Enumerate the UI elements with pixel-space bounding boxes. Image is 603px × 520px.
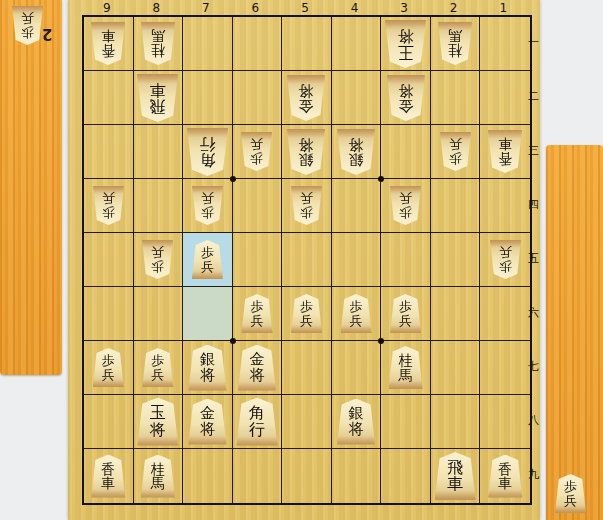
shogi-piece-桂馬[interactable]: 桂馬 bbox=[438, 22, 472, 65]
piece-kanji: 桂 bbox=[448, 44, 462, 58]
board-cell-25[interactable] bbox=[431, 233, 481, 287]
shogi-piece-角行[interactable]: 角行 bbox=[236, 398, 277, 446]
board-cell-66[interactable]: 歩兵 bbox=[233, 287, 283, 341]
board-cell-27[interactable] bbox=[431, 341, 481, 395]
file-label-8: 8 bbox=[132, 0, 182, 15]
shogi-piece-金将[interactable]: 金将 bbox=[387, 75, 425, 121]
piece-kanji: 将 bbox=[200, 422, 215, 437]
board-cell-73[interactable]: 角行 bbox=[183, 125, 233, 179]
shogi-piece-歩兵[interactable]: 歩兵 bbox=[341, 294, 372, 333]
piece-kanji: 車 bbox=[498, 476, 512, 490]
board-cell-34[interactable]: 歩兵 bbox=[381, 179, 431, 233]
file-label-2: 2 bbox=[429, 0, 479, 15]
board-cell-13[interactable]: 香車 bbox=[480, 125, 530, 179]
piece-kanji: 桂 bbox=[151, 44, 165, 58]
shogi-piece-桂馬[interactable]: 桂馬 bbox=[389, 346, 423, 389]
board-cell-54[interactable]: 歩兵 bbox=[282, 179, 332, 233]
shogi-piece-歩兵[interactable]: 歩兵 bbox=[291, 186, 322, 225]
board-cell-98[interactable] bbox=[84, 395, 134, 449]
board-cell-78[interactable]: 金将 bbox=[183, 395, 233, 449]
board-cell-17[interactable] bbox=[480, 341, 530, 395]
board-cell-95[interactable] bbox=[84, 233, 134, 287]
piece-kanji: 将 bbox=[398, 82, 413, 97]
board-cell-65[interactable] bbox=[233, 233, 283, 287]
board-cell-74[interactable]: 歩兵 bbox=[183, 179, 233, 233]
board-cell-89[interactable]: 桂馬 bbox=[134, 449, 184, 503]
shogi-piece-香車[interactable]: 香車 bbox=[488, 455, 522, 498]
piece-kanji: 車 bbox=[150, 81, 166, 97]
gote-komadai: 歩兵2 bbox=[0, 0, 62, 375]
board-cell-71[interactable] bbox=[183, 17, 233, 71]
board-cell-61[interactable] bbox=[233, 17, 283, 71]
shogi-piece-銀将[interactable]: 銀将 bbox=[337, 129, 375, 175]
piece-kanji: 香 bbox=[101, 44, 115, 58]
shogi-piece-香車[interactable]: 香車 bbox=[91, 455, 125, 498]
piece-kanji: 車 bbox=[447, 476, 463, 492]
piece-kanji: 兵 bbox=[564, 494, 577, 507]
file-labels: 987654321 bbox=[82, 0, 528, 15]
shogi-piece-玉将[interactable]: 玉将 bbox=[137, 398, 178, 446]
board-cell-99[interactable]: 香車 bbox=[84, 449, 134, 503]
shogi-piece-歩兵[interactable]: 歩兵 bbox=[390, 294, 421, 333]
shogi-app: 歩兵2 987654321 一二三四五六七八九 香車桂馬王将桂馬飛車金将金将角行… bbox=[0, 0, 603, 520]
board-cell-24[interactable] bbox=[431, 179, 481, 233]
shogi-piece-飛車[interactable]: 飛車 bbox=[435, 452, 476, 500]
board-cell-33[interactable] bbox=[381, 125, 431, 179]
board-cell-42[interactable] bbox=[332, 71, 382, 125]
shogi-piece-銀将[interactable]: 銀将 bbox=[287, 129, 325, 175]
piece-kanji: 歩 bbox=[102, 206, 115, 219]
board-area: 987654321 一二三四五六七八九 香車桂馬王将桂馬飛車金将金将角行歩兵銀将… bbox=[68, 0, 540, 520]
file-label-5: 5 bbox=[280, 0, 330, 15]
piece-kanji: 桂 bbox=[151, 462, 165, 476]
piece-kanji: 桂 bbox=[399, 353, 413, 367]
star-point bbox=[378, 176, 384, 182]
piece-kanji: 歩 bbox=[102, 354, 115, 367]
board-cell-14[interactable] bbox=[480, 179, 530, 233]
piece-kanji: 兵 bbox=[250, 314, 263, 327]
file-label-4: 4 bbox=[330, 0, 380, 15]
board-cell-75[interactable]: 歩兵 bbox=[183, 233, 233, 287]
piece-kanji: 車 bbox=[101, 29, 115, 43]
piece-kanji: 行 bbox=[249, 422, 265, 438]
board-cell-88[interactable]: 玉将 bbox=[134, 395, 184, 449]
star-point bbox=[230, 176, 236, 182]
board-cell-26[interactable] bbox=[431, 287, 481, 341]
board-cell-55[interactable] bbox=[282, 233, 332, 287]
board-cell-19[interactable]: 香車 bbox=[480, 449, 530, 503]
board-cell-69[interactable] bbox=[233, 449, 283, 503]
board-cell-57[interactable] bbox=[282, 341, 332, 395]
shogi-piece-香車[interactable]: 香車 bbox=[91, 22, 125, 65]
shogi-piece-歩兵[interactable]: 歩兵 bbox=[192, 186, 223, 225]
shogi-piece-歩兵[interactable]: 歩兵 bbox=[490, 240, 521, 279]
piece-kanji: 将 bbox=[249, 368, 264, 383]
piece-kanji: 将 bbox=[349, 422, 364, 437]
piece-kanji: 車 bbox=[498, 137, 512, 151]
shogi-piece-歩兵[interactable]: 歩兵 bbox=[142, 240, 173, 279]
board-cell-11[interactable] bbox=[480, 17, 530, 71]
file-label-3: 3 bbox=[379, 0, 429, 15]
board-cell-81[interactable]: 桂馬 bbox=[134, 17, 184, 71]
gote-hand-piece-歩兵[interactable]: 歩兵 bbox=[12, 6, 43, 45]
board-cell-94[interactable]: 歩兵 bbox=[84, 179, 134, 233]
file-label-6: 6 bbox=[231, 0, 281, 15]
piece-kanji: 歩 bbox=[201, 246, 214, 259]
board-cell-84[interactable] bbox=[134, 179, 184, 233]
board-cell-22[interactable] bbox=[431, 71, 481, 125]
board-cell-46[interactable]: 歩兵 bbox=[332, 287, 382, 341]
board-cell-39[interactable] bbox=[381, 449, 431, 503]
piece-kanji: 兵 bbox=[499, 246, 512, 259]
board-cell-59[interactable] bbox=[282, 449, 332, 503]
piece-kanji: 馬 bbox=[151, 476, 165, 490]
star-point bbox=[230, 338, 236, 344]
piece-kanji: 兵 bbox=[201, 192, 214, 205]
board-cell-53[interactable]: 銀将 bbox=[282, 125, 332, 179]
shogi-piece-桂馬[interactable]: 桂馬 bbox=[141, 22, 175, 65]
board-cell-32[interactable]: 金将 bbox=[381, 71, 431, 125]
piece-kanji: 馬 bbox=[399, 368, 413, 382]
board-cell-43[interactable]: 銀将 bbox=[332, 125, 382, 179]
piece-kanji: 歩 bbox=[499, 260, 512, 273]
shogi-piece-桂馬[interactable]: 桂馬 bbox=[141, 455, 175, 498]
piece-kanji: 歩 bbox=[250, 300, 263, 313]
piece-kanji: 歩 bbox=[250, 152, 263, 165]
shogi-piece-歩兵[interactable]: 歩兵 bbox=[390, 186, 421, 225]
sente-komadai: 歩兵 bbox=[546, 145, 603, 520]
board-cell-63[interactable]: 歩兵 bbox=[233, 125, 283, 179]
board-cell-38[interactable] bbox=[381, 395, 431, 449]
piece-kanji: 歩 bbox=[151, 354, 164, 367]
shogi-piece-歩兵[interactable]: 歩兵 bbox=[291, 294, 322, 333]
piece-kanji: 車 bbox=[101, 476, 115, 490]
piece-kanji: 兵 bbox=[399, 314, 412, 327]
piece-kanji: 歩 bbox=[201, 206, 214, 219]
board-cell-16[interactable] bbox=[480, 287, 530, 341]
piece-kanji: 兵 bbox=[151, 246, 164, 259]
board-cell-21[interactable]: 桂馬 bbox=[431, 17, 481, 71]
piece-kanji: 歩 bbox=[399, 206, 412, 219]
board-cell-41[interactable] bbox=[332, 17, 382, 71]
board-cell-83[interactable] bbox=[134, 125, 184, 179]
board-cell-62[interactable] bbox=[233, 71, 283, 125]
piece-kanji: 歩 bbox=[300, 300, 313, 313]
piece-kanji: 歩 bbox=[300, 206, 313, 219]
piece-kanji: 兵 bbox=[201, 260, 214, 273]
board-cell-28[interactable] bbox=[431, 395, 481, 449]
board-cell-92[interactable] bbox=[84, 71, 134, 125]
piece-kanji: 香 bbox=[498, 152, 512, 166]
shogi-piece-銀将[interactable]: 銀将 bbox=[337, 399, 375, 445]
shogi-piece-歩兵[interactable]: 歩兵 bbox=[241, 132, 272, 171]
piece-kanji: 歩 bbox=[564, 480, 577, 493]
piece-kanji: 香 bbox=[498, 462, 512, 476]
piece-kanji: 馬 bbox=[151, 29, 165, 43]
piece-kanji: 歩 bbox=[449, 152, 462, 165]
board-cell-47[interactable] bbox=[332, 341, 382, 395]
board-cell-87[interactable]: 歩兵 bbox=[134, 341, 184, 395]
piece-kanji: 将 bbox=[398, 27, 414, 43]
board-cell-96[interactable] bbox=[84, 287, 134, 341]
shogi-piece-歩兵[interactable]: 歩兵 bbox=[440, 132, 471, 171]
piece-kanji: 兵 bbox=[300, 314, 313, 327]
shogi-piece-歩兵[interactable]: 歩兵 bbox=[192, 240, 223, 279]
board-cell-67[interactable]: 金将 bbox=[233, 341, 283, 395]
piece-kanji: 行 bbox=[199, 135, 215, 151]
piece-kanji: 将 bbox=[150, 422, 166, 438]
board-cell-29[interactable]: 飛車 bbox=[431, 449, 481, 503]
board-cell-49[interactable] bbox=[332, 449, 382, 503]
piece-kanji: 将 bbox=[349, 136, 364, 151]
board-cell-56[interactable]: 歩兵 bbox=[282, 287, 332, 341]
board-cell-85[interactable]: 歩兵 bbox=[134, 233, 184, 287]
board-cell-72[interactable] bbox=[183, 71, 233, 125]
board-cell-68[interactable]: 角行 bbox=[233, 395, 283, 449]
shogi-piece-王将[interactable]: 王将 bbox=[385, 20, 426, 68]
piece-kanji: 兵 bbox=[250, 138, 263, 151]
board-cell-48[interactable]: 銀将 bbox=[332, 395, 382, 449]
board-cell-12[interactable] bbox=[480, 71, 530, 125]
gote-hand-count: 2 bbox=[42, 26, 52, 41]
board-cell-44[interactable] bbox=[332, 179, 382, 233]
shogi-piece-金将[interactable]: 金将 bbox=[188, 399, 226, 445]
shogi-piece-香車[interactable]: 香車 bbox=[488, 130, 522, 173]
star-point bbox=[378, 338, 384, 344]
board-cell-64[interactable] bbox=[233, 179, 283, 233]
piece-kanji: 兵 bbox=[399, 192, 412, 205]
board-cell-52[interactable]: 金将 bbox=[282, 71, 332, 125]
piece-kanji: 歩 bbox=[151, 260, 164, 273]
board-cell-18[interactable] bbox=[480, 395, 530, 449]
file-label-7: 7 bbox=[181, 0, 231, 15]
piece-kanji: 兵 bbox=[300, 192, 313, 205]
board-cell-91[interactable]: 香車 bbox=[84, 17, 134, 71]
shogi-board: 香車桂馬王将桂馬飛車金将金将角行歩兵銀将銀将歩兵香車歩兵歩兵歩兵歩兵歩兵歩兵歩兵… bbox=[82, 15, 532, 505]
file-label-9: 9 bbox=[82, 0, 132, 15]
shogi-piece-歩兵[interactable]: 歩兵 bbox=[142, 348, 173, 387]
board-cell-93[interactable] bbox=[84, 125, 134, 179]
board-cell-15[interactable]: 歩兵 bbox=[480, 233, 530, 287]
shogi-piece-歩兵[interactable]: 歩兵 bbox=[93, 348, 124, 387]
board-cell-58[interactable] bbox=[282, 395, 332, 449]
piece-kanji: 馬 bbox=[448, 29, 462, 43]
board-cell-31[interactable]: 王将 bbox=[381, 17, 431, 71]
board-cell-36[interactable]: 歩兵 bbox=[381, 287, 431, 341]
piece-kanji: 兵 bbox=[102, 192, 115, 205]
board-cell-35[interactable] bbox=[381, 233, 431, 287]
board-cell-76[interactable] bbox=[183, 287, 233, 341]
piece-kanji: 兵 bbox=[21, 12, 34, 25]
shogi-piece-金将[interactable]: 金将 bbox=[287, 75, 325, 121]
board-cell-97[interactable]: 歩兵 bbox=[84, 341, 134, 395]
shogi-piece-金将[interactable]: 金将 bbox=[238, 345, 276, 391]
shogi-piece-歩兵[interactable]: 歩兵 bbox=[241, 294, 272, 333]
shogi-piece-銀将[interactable]: 銀将 bbox=[188, 345, 226, 391]
board-cell-45[interactable] bbox=[332, 233, 382, 287]
piece-kanji: 兵 bbox=[151, 368, 164, 381]
piece-kanji: 兵 bbox=[102, 368, 115, 381]
board-cell-86[interactable] bbox=[134, 287, 184, 341]
piece-kanji: 兵 bbox=[350, 314, 363, 327]
piece-kanji: 歩 bbox=[21, 26, 34, 39]
shogi-piece-歩兵[interactable]: 歩兵 bbox=[93, 186, 124, 225]
piece-kanji: 歩 bbox=[399, 300, 412, 313]
board-cell-77[interactable]: 銀将 bbox=[183, 341, 233, 395]
piece-kanji: 兵 bbox=[449, 138, 462, 151]
piece-kanji: 将 bbox=[200, 368, 215, 383]
shogi-piece-角行[interactable]: 角行 bbox=[187, 128, 228, 176]
board-cell-37[interactable]: 桂馬 bbox=[381, 341, 431, 395]
board-cell-82[interactable]: 飛車 bbox=[134, 71, 184, 125]
piece-kanji: 将 bbox=[299, 82, 314, 97]
file-label-1: 1 bbox=[478, 0, 528, 15]
piece-kanji: 歩 bbox=[350, 300, 363, 313]
piece-kanji: 将 bbox=[299, 136, 314, 151]
board-cell-51[interactable] bbox=[282, 17, 332, 71]
board-cell-79[interactable] bbox=[183, 449, 233, 503]
shogi-piece-飛車[interactable]: 飛車 bbox=[137, 74, 178, 122]
board-cell-23[interactable]: 歩兵 bbox=[431, 125, 481, 179]
piece-kanji: 香 bbox=[101, 462, 115, 476]
sente-hand-piece-歩兵[interactable]: 歩兵 bbox=[555, 474, 586, 513]
